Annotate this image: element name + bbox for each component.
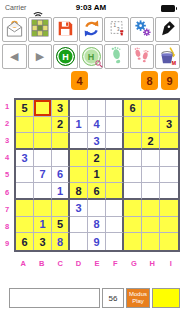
cell-H4[interactable] <box>142 150 160 167</box>
row-label-3: 3 <box>2 132 12 149</box>
cell-I1[interactable] <box>160 100 178 117</box>
row-label-8: 8 <box>2 218 12 235</box>
cell-C4[interactable] <box>52 150 70 167</box>
col-label-A: A <box>14 257 32 269</box>
cell-B3[interactable] <box>34 133 52 150</box>
cell-E5[interactable]: 1 <box>88 167 106 184</box>
row-label-5: 5 <box>2 166 12 183</box>
cell-E2[interactable]: 4 <box>88 117 106 134</box>
col-label-B: B <box>32 257 50 269</box>
hint-button[interactable]: H <box>53 44 78 69</box>
row-label-6: 6 <box>2 184 12 201</box>
row-labels: 123456789 <box>2 98 12 252</box>
pen-icon <box>159 19 177 40</box>
footprints-icon <box>133 46 151 67</box>
cell-D1[interactable] <box>70 100 88 117</box>
cell-G6[interactable] <box>124 183 142 200</box>
cell-C7[interactable] <box>52 200 70 217</box>
cell-F1[interactable] <box>106 100 124 117</box>
clock: 9:03 AM <box>0 3 182 12</box>
cell-I7[interactable] <box>160 200 178 217</box>
left-arrow-icon: ◀ <box>10 51 18 62</box>
cell-F6[interactable] <box>106 183 124 200</box>
cell-A3[interactable] <box>16 133 34 150</box>
cell-E4[interactable]: 2 <box>88 150 106 167</box>
cell-B6[interactable] <box>34 183 52 200</box>
cell-A7[interactable] <box>16 200 34 217</box>
cell-I5[interactable] <box>160 167 178 184</box>
message-field[interactable] <box>9 288 100 308</box>
col-label-I: I <box>162 257 180 269</box>
cell-H1[interactable] <box>142 100 160 117</box>
cell-D9[interactable] <box>70 233 88 250</box>
cell-B1[interactable] <box>34 100 52 117</box>
cell-B7[interactable] <box>34 200 52 217</box>
footprint-icon <box>108 46 125 67</box>
cell-D2[interactable]: 1 <box>70 117 88 134</box>
toolbar-row1: 13 <box>2 17 180 42</box>
app-screen: Carrier 9:03 AM <box>0 0 182 323</box>
cell-C1[interactable]: 3 <box>52 100 70 117</box>
cell-I2[interactable]: 3 <box>160 117 178 134</box>
cell-B8[interactable]: 1 <box>34 217 52 234</box>
hint-search-button[interactable]: H <box>79 44 104 69</box>
cell-H7[interactable] <box>142 200 160 217</box>
envelope-icon <box>5 19 24 41</box>
col-label-G: G <box>125 257 143 269</box>
settings-button[interactable] <box>130 17 155 42</box>
cell-C9[interactable]: 8 <box>52 233 70 250</box>
refresh-icon <box>82 19 101 41</box>
cell-E3[interactable]: 3 <box>88 133 106 150</box>
mode-button[interactable]: Modus Play <box>126 288 150 308</box>
previous-button[interactable]: ◀ <box>2 44 27 69</box>
save-button[interactable] <box>53 17 78 42</box>
cell-C3[interactable] <box>52 133 70 150</box>
cell-H3[interactable]: 2 <box>142 133 160 150</box>
cell-G4[interactable] <box>124 150 142 167</box>
cell-D5[interactable] <box>70 167 88 184</box>
cell-B5[interactable]: 7 <box>34 167 52 184</box>
cell-H8[interactable] <box>142 217 160 234</box>
cell-F5[interactable] <box>106 167 124 184</box>
cell-I4[interactable] <box>160 150 178 167</box>
col-label-C: C <box>51 257 69 269</box>
cell-E8[interactable]: 8 <box>88 217 106 234</box>
cell-G5[interactable] <box>124 167 142 184</box>
cell-D7[interactable]: 3 <box>70 200 88 217</box>
edit-pen-button[interactable] <box>155 17 180 42</box>
cell-C5[interactable]: 6 <box>52 167 70 184</box>
cell-G9[interactable] <box>124 233 142 250</box>
right-arrow-icon: ▶ <box>36 51 44 62</box>
floppy-disk-icon <box>56 19 74 40</box>
cell-F2[interactable] <box>106 117 124 134</box>
cell-H5[interactable] <box>142 167 160 184</box>
cell-D6[interactable]: 8 <box>70 183 88 200</box>
cell-A9[interactable]: 6 <box>16 233 34 250</box>
cell-G3[interactable] <box>124 133 142 150</box>
mini-grid-icon <box>31 19 49 40</box>
cell-F4[interactable] <box>106 150 124 167</box>
load-puzzle-button[interactable] <box>2 17 27 42</box>
cell-D8[interactable] <box>70 217 88 234</box>
cell-A4[interactable]: 3 <box>16 150 34 167</box>
cell-D3[interactable] <box>70 133 88 150</box>
col-label-E: E <box>88 257 106 269</box>
cell-G2[interactable] <box>124 117 142 134</box>
col-label-D: D <box>69 257 87 269</box>
hint-h-icon: H <box>56 47 75 66</box>
cell-H9[interactable] <box>142 233 160 250</box>
mode-button-line2: Play <box>132 298 144 305</box>
cell-A8[interactable] <box>16 217 34 234</box>
cell-H6[interactable] <box>142 183 160 200</box>
cell-I8[interactable] <box>160 217 178 234</box>
svg-text:M: M <box>172 59 176 64</box>
bucket-mop-icon: M <box>158 46 177 68</box>
cell-G1[interactable]: 6 <box>124 100 142 117</box>
cell-A5[interactable] <box>16 167 34 184</box>
cell-F3[interactable] <box>106 133 124 150</box>
cell-F8[interactable] <box>106 217 124 234</box>
badge-9: 9 <box>161 71 178 90</box>
cell-B2[interactable] <box>34 117 52 134</box>
gears-icon <box>133 19 152 41</box>
clear-button[interactable]: M <box>155 44 180 69</box>
hint-h-search-icon: H <box>82 47 101 66</box>
sudoku-grid: 5362143323276118631586389 <box>14 98 180 252</box>
cell-D4[interactable] <box>70 150 88 167</box>
row-label-9: 9 <box>2 235 12 252</box>
step-button[interactable] <box>104 44 129 69</box>
badge-4: 4 <box>71 71 88 90</box>
cell-E9[interactable]: 9 <box>88 233 106 250</box>
cell-A6[interactable] <box>16 183 34 200</box>
cell-G8[interactable] <box>124 217 142 234</box>
cell-C8[interactable]: 5 <box>52 217 70 234</box>
row-label-1: 1 <box>2 98 12 115</box>
candidates-button[interactable]: 13 <box>104 17 129 42</box>
cell-E6[interactable]: 6 <box>88 183 106 200</box>
cell-E1[interactable] <box>88 100 106 117</box>
empty-cell-counter: 56 <box>102 288 124 308</box>
badge-8: 8 <box>141 71 158 90</box>
cell-C6[interactable]: 1 <box>52 183 70 200</box>
cell-B4[interactable] <box>34 150 52 167</box>
col-labels: ABCDEFGHI <box>14 257 180 269</box>
battery-icon <box>161 5 175 12</box>
cell-I9[interactable] <box>160 233 178 250</box>
cell-H2[interactable] <box>142 117 160 134</box>
cell-F7[interactable] <box>106 200 124 217</box>
cell-I6[interactable] <box>160 183 178 200</box>
col-label-H: H <box>143 257 161 269</box>
candidates-grid-icon: 13 <box>108 19 126 40</box>
cell-I3[interactable] <box>160 133 178 150</box>
row-label-2: 2 <box>2 115 12 132</box>
cell-F9[interactable] <box>106 233 124 250</box>
cell-B9[interactable]: 3 <box>34 233 52 250</box>
cell-A2[interactable] <box>16 117 34 134</box>
status-bar: Carrier 9:03 AM <box>0 0 182 16</box>
restart-button[interactable] <box>79 17 104 42</box>
cell-G7[interactable] <box>124 200 142 217</box>
mode-button-line1: Modus <box>129 291 147 298</box>
cell-E7[interactable] <box>88 200 106 217</box>
toolbar-row2: ◀ ▶ H H M <box>2 44 180 69</box>
row-label-7: 7 <box>2 201 12 218</box>
cell-C2[interactable]: 2 <box>52 117 70 134</box>
next-button[interactable]: ▶ <box>28 44 53 69</box>
color-swatch[interactable] <box>152 288 180 308</box>
steps-button[interactable] <box>130 44 155 69</box>
new-grid-button[interactable] <box>28 17 53 42</box>
col-label-F: F <box>106 257 124 269</box>
cell-A1[interactable]: 5 <box>16 100 34 117</box>
row-label-4: 4 <box>2 149 12 166</box>
